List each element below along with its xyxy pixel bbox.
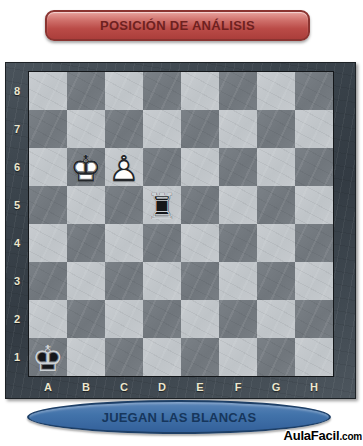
header-banner: POSICIÓN DE ANÁLISIS bbox=[45, 10, 310, 41]
header-title: POSICIÓN DE ANÁLISIS bbox=[100, 18, 255, 33]
file-label-g: G bbox=[257, 377, 295, 397]
square-e3 bbox=[181, 262, 219, 300]
square-f4 bbox=[219, 224, 257, 262]
watermark-tld: .com bbox=[339, 431, 362, 442]
file-label-h: H bbox=[295, 377, 333, 397]
file-label-e: E bbox=[181, 377, 219, 397]
square-f8 bbox=[219, 72, 257, 110]
watermark-brand: AulaFacil bbox=[283, 428, 339, 443]
square-b7 bbox=[67, 110, 105, 148]
square-f5 bbox=[219, 186, 257, 224]
rank-label-2: 2 bbox=[6, 300, 28, 338]
square-a2 bbox=[29, 300, 67, 338]
rank-labels: 87654321 bbox=[6, 72, 28, 376]
watermark: AulaFacil.com bbox=[283, 428, 362, 443]
file-label-d: D bbox=[143, 377, 181, 397]
rank-label-4: 4 bbox=[6, 224, 28, 262]
square-c6: ♟♙ bbox=[105, 148, 143, 186]
square-d1 bbox=[143, 338, 181, 376]
piece-black-rook: ♜♖ bbox=[143, 186, 181, 224]
square-h2 bbox=[295, 300, 333, 338]
square-h7 bbox=[295, 110, 333, 148]
square-d2 bbox=[143, 300, 181, 338]
square-h4 bbox=[295, 224, 333, 262]
square-b6: ♚♔ bbox=[67, 148, 105, 186]
square-f6 bbox=[219, 148, 257, 186]
square-e7 bbox=[181, 110, 219, 148]
rank-label-3: 3 bbox=[6, 262, 28, 300]
square-b3 bbox=[67, 262, 105, 300]
file-labels: ABCDEFGH bbox=[29, 377, 333, 397]
square-d4 bbox=[143, 224, 181, 262]
square-c5 bbox=[105, 186, 143, 224]
square-g2 bbox=[257, 300, 295, 338]
square-e2 bbox=[181, 300, 219, 338]
square-b1 bbox=[67, 338, 105, 376]
square-a8 bbox=[29, 72, 67, 110]
square-d6 bbox=[143, 148, 181, 186]
square-g1 bbox=[257, 338, 295, 376]
square-d3 bbox=[143, 262, 181, 300]
square-a6 bbox=[29, 148, 67, 186]
square-a3 bbox=[29, 262, 67, 300]
square-g4 bbox=[257, 224, 295, 262]
square-g3 bbox=[257, 262, 295, 300]
square-h6 bbox=[295, 148, 333, 186]
square-d5: ♜♖ bbox=[143, 186, 181, 224]
square-c4 bbox=[105, 224, 143, 262]
square-e5 bbox=[181, 186, 219, 224]
file-label-c: C bbox=[105, 377, 143, 397]
square-a4 bbox=[29, 224, 67, 262]
square-g6 bbox=[257, 148, 295, 186]
square-b4 bbox=[67, 224, 105, 262]
board-squares: ♚♔♟♙♜♖♚♔ bbox=[28, 71, 334, 377]
square-f3 bbox=[219, 262, 257, 300]
file-label-f: F bbox=[219, 377, 257, 397]
square-h1 bbox=[295, 338, 333, 376]
rank-label-1: 1 bbox=[6, 338, 28, 376]
chess-board: 87654321 ♚♔♟♙♜♖♚♔ ABCDEFGH bbox=[5, 62, 356, 399]
file-label-b: B bbox=[67, 377, 105, 397]
square-g8 bbox=[257, 72, 295, 110]
rank-label-8: 8 bbox=[6, 72, 28, 110]
square-b2 bbox=[67, 300, 105, 338]
square-e6 bbox=[181, 148, 219, 186]
square-d7 bbox=[143, 110, 181, 148]
piece-black-king: ♚♔ bbox=[29, 338, 67, 376]
rank-label-7: 7 bbox=[6, 110, 28, 148]
square-g7 bbox=[257, 110, 295, 148]
rank-label-5: 5 bbox=[6, 186, 28, 224]
side-to-move-label: JUEGAN LAS BLANCAS bbox=[102, 410, 257, 425]
square-f2 bbox=[219, 300, 257, 338]
piece-white-king: ♚♔ bbox=[67, 148, 105, 186]
square-d8 bbox=[143, 72, 181, 110]
square-b8 bbox=[67, 72, 105, 110]
rank-label-6: 6 bbox=[6, 148, 28, 186]
square-e4 bbox=[181, 224, 219, 262]
square-h8 bbox=[295, 72, 333, 110]
square-g5 bbox=[257, 186, 295, 224]
square-h3 bbox=[295, 262, 333, 300]
square-c7 bbox=[105, 110, 143, 148]
square-f1 bbox=[219, 338, 257, 376]
square-c8 bbox=[105, 72, 143, 110]
square-c3 bbox=[105, 262, 143, 300]
square-c1 bbox=[105, 338, 143, 376]
square-f7 bbox=[219, 110, 257, 148]
square-c2 bbox=[105, 300, 143, 338]
square-e1 bbox=[181, 338, 219, 376]
square-a5 bbox=[29, 186, 67, 224]
piece-white-pawn: ♟♙ bbox=[105, 148, 143, 186]
square-b5 bbox=[67, 186, 105, 224]
file-label-a: A bbox=[29, 377, 67, 397]
square-h5 bbox=[295, 186, 333, 224]
square-e8 bbox=[181, 72, 219, 110]
square-a1: ♚♔ bbox=[29, 338, 67, 376]
chess-lesson-diagram: POSICIÓN DE ANÁLISIS 87654321 ♚♔♟♙♜♖♚♔ A… bbox=[0, 0, 363, 446]
square-a7 bbox=[29, 110, 67, 148]
